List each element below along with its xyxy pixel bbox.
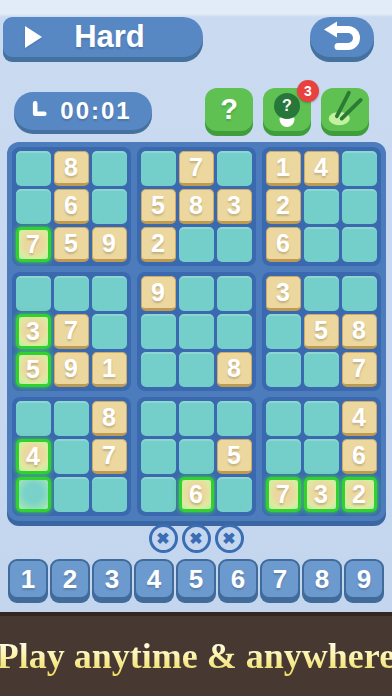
cell-r6c6[interactable]: 8 <box>217 352 252 387</box>
timer-pill: 00:01 <box>14 92 152 130</box>
cell-r6c4[interactable] <box>141 352 176 387</box>
cell-r1c8[interactable]: 4 <box>304 151 339 186</box>
cell-r4c8[interactable] <box>304 276 339 311</box>
cell-r8c9[interactable]: 6 <box>342 439 377 474</box>
cell-r4c3[interactable] <box>92 276 127 311</box>
mistake-icon: ✖ <box>149 524 178 553</box>
ad-banner-text: Play anytime & anywhere <box>0 635 392 677</box>
cell-r3c6[interactable] <box>217 227 252 262</box>
hint-count-badge: 3 <box>297 80 319 102</box>
numpad-key-6[interactable]: 6 <box>218 559 258 599</box>
cell-r4c6[interactable] <box>217 276 252 311</box>
cell-r7c2[interactable] <box>54 401 89 436</box>
cell-r9c6[interactable] <box>217 477 252 512</box>
mistakes-row: ✖✖✖ <box>0 524 392 553</box>
box-1-3: 1426 <box>262 147 381 266</box>
cell-r4c7[interactable]: 3 <box>266 276 301 311</box>
play-icon <box>25 26 42 48</box>
cell-r2c2[interactable]: 6 <box>54 189 89 224</box>
cell-r5c4[interactable] <box>141 314 176 349</box>
cell-r8c4[interactable] <box>141 439 176 474</box>
box-3-1: 847 <box>12 397 131 516</box>
cell-r6c9[interactable]: 7 <box>342 352 377 387</box>
cell-r7c3[interactable]: 8 <box>92 401 127 436</box>
question-mark-icon: ? <box>220 93 238 126</box>
cell-r8c2[interactable] <box>54 439 89 474</box>
numpad-key-9[interactable]: 9 <box>344 559 384 599</box>
cell-r1c6[interactable] <box>217 151 252 186</box>
numpad-key-1[interactable]: 1 <box>8 559 48 599</box>
cell-r6c1[interactable]: 5 <box>16 352 51 387</box>
lightbulb-icon: ? <box>273 93 301 127</box>
box-2-2: 98 <box>137 272 256 391</box>
cell-r3c9[interactable] <box>342 227 377 262</box>
cell-r3c3[interactable]: 9 <box>92 227 127 262</box>
numpad: 123456789 <box>8 559 384 599</box>
back-button[interactable] <box>310 17 374 57</box>
cell-r7c6[interactable] <box>217 401 252 436</box>
notes-button[interactable] <box>321 88 369 131</box>
sudoku-board: 86759758321426375919835878475646732 <box>7 142 386 521</box>
cell-r3c7[interactable]: 6 <box>266 227 301 262</box>
cell-r5c2[interactable]: 7 <box>54 314 89 349</box>
hint-button[interactable]: ? 3 <box>263 88 311 131</box>
cell-r6c5[interactable] <box>179 352 214 387</box>
box-2-1: 37591 <box>12 272 131 391</box>
cell-r1c3[interactable] <box>92 151 127 186</box>
cell-r6c8[interactable] <box>304 352 339 387</box>
cell-r3c5[interactable] <box>179 227 214 262</box>
numpad-key-2[interactable]: 2 <box>50 559 90 599</box>
cell-r6c7[interactable] <box>266 352 301 387</box>
cell-r7c7[interactable] <box>266 401 301 436</box>
cell-r3c1[interactable]: 7 <box>16 227 51 262</box>
toolbar: ? ? 3 <box>205 88 369 131</box>
cell-r1c9[interactable] <box>342 151 377 186</box>
cell-r2c4[interactable]: 5 <box>141 189 176 224</box>
help-button[interactable]: ? <box>205 88 253 131</box>
cell-r2c8[interactable] <box>304 189 339 224</box>
x-glyph: ✖ <box>156 531 169 547</box>
difficulty-button[interactable]: Hard <box>3 17 203 57</box>
cell-r9c8[interactable]: 3 <box>304 477 339 512</box>
cell-r9c3[interactable] <box>92 477 127 512</box>
cell-r5c8[interactable]: 5 <box>304 314 339 349</box>
cell-r9c1[interactable] <box>16 477 51 512</box>
cell-r2c3[interactable] <box>92 189 127 224</box>
cell-r3c4[interactable]: 2 <box>141 227 176 262</box>
cell-r4c1[interactable] <box>16 276 51 311</box>
cell-r5c3[interactable] <box>92 314 127 349</box>
box-1-1: 86759 <box>12 147 131 266</box>
cell-r1c1[interactable] <box>16 151 51 186</box>
cell-r5c6[interactable] <box>217 314 252 349</box>
cell-r2c6[interactable]: 3 <box>217 189 252 224</box>
cell-r8c1[interactable]: 4 <box>16 439 51 474</box>
cell-r7c5[interactable] <box>179 401 214 436</box>
cell-r1c2[interactable]: 8 <box>54 151 89 186</box>
box-3-2: 56 <box>137 397 256 516</box>
pencil-icon <box>324 89 366 131</box>
numpad-key-3[interactable]: 3 <box>92 559 132 599</box>
app-root: Hard 00:01 ? ? 3 <box>0 0 392 696</box>
cell-r7c1[interactable] <box>16 401 51 436</box>
numpad-key-5[interactable]: 5 <box>176 559 216 599</box>
cell-r4c2[interactable] <box>54 276 89 311</box>
numpad-key-7[interactable]: 7 <box>260 559 300 599</box>
cell-r5c9[interactable]: 8 <box>342 314 377 349</box>
cell-r2c9[interactable] <box>342 189 377 224</box>
cell-r7c4[interactable] <box>141 401 176 436</box>
cell-r8c8[interactable] <box>304 439 339 474</box>
cell-r3c8[interactable] <box>304 227 339 262</box>
box-2-3: 3587 <box>262 272 381 391</box>
cell-r1c7[interactable]: 1 <box>266 151 301 186</box>
x-glyph: ✖ <box>189 531 202 547</box>
cell-r6c3[interactable]: 1 <box>92 352 127 387</box>
cell-r4c4[interactable]: 9 <box>141 276 176 311</box>
timer-value: 00:01 <box>48 97 144 125</box>
undo-arrow-icon <box>321 20 363 54</box>
cell-r9c7[interactable]: 7 <box>266 477 301 512</box>
cell-r5c7[interactable] <box>266 314 301 349</box>
box-1-2: 75832 <box>137 147 256 266</box>
x-glyph: ✖ <box>222 531 235 547</box>
cell-r9c5[interactable]: 6 <box>179 477 214 512</box>
difficulty-label: Hard <box>42 19 177 55</box>
box-3-3: 46732 <box>262 397 381 516</box>
cell-r7c9[interactable]: 4 <box>342 401 377 436</box>
mistake-icon: ✖ <box>182 524 211 553</box>
cell-r7c8[interactable] <box>304 401 339 436</box>
bulb-question-mark: ? <box>274 93 300 119</box>
cell-r2c7[interactable]: 2 <box>266 189 301 224</box>
cell-r2c1[interactable] <box>16 189 51 224</box>
cell-r1c5[interactable]: 7 <box>179 151 214 186</box>
ad-banner[interactable]: Play anytime & anywhere <box>0 612 392 696</box>
cell-r1c4[interactable] <box>141 151 176 186</box>
cell-r8c7[interactable] <box>266 439 301 474</box>
numpad-key-4[interactable]: 4 <box>134 559 174 599</box>
mistake-icon: ✖ <box>215 524 244 553</box>
cell-r5c1[interactable]: 3 <box>16 314 51 349</box>
cell-r6c2[interactable]: 9 <box>54 352 89 387</box>
cell-r2c5[interactable]: 8 <box>179 189 214 224</box>
cell-r9c9[interactable]: 2 <box>342 477 377 512</box>
numpad-key-8[interactable]: 8 <box>302 559 342 599</box>
cell-r4c9[interactable] <box>342 276 377 311</box>
cell-r9c4[interactable] <box>141 477 176 512</box>
cell-r9c2[interactable] <box>54 477 89 512</box>
cell-r4c5[interactable] <box>179 276 214 311</box>
cell-r3c2[interactable]: 5 <box>54 227 89 262</box>
clock-icon <box>26 100 48 122</box>
cell-r8c5[interactable] <box>179 439 214 474</box>
cell-r8c3[interactable]: 7 <box>92 439 127 474</box>
cell-r5c5[interactable] <box>179 314 214 349</box>
cell-r8c6[interactable]: 5 <box>217 439 252 474</box>
